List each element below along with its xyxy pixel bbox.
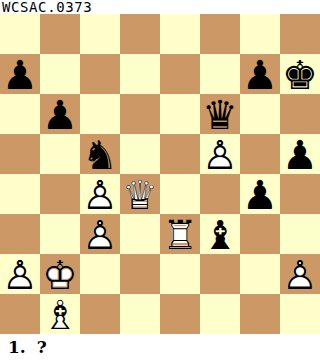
white-rook: ♜♖ (160, 215, 200, 255)
black-pawn: ♟ (280, 135, 320, 175)
black-queen: ♛ (200, 95, 240, 135)
piece-outline: ♗ (40, 295, 80, 335)
square-e6[interactable] (160, 94, 200, 134)
square-h5[interactable]: ♟ (280, 134, 320, 174)
piece-outline: ♕ (120, 175, 160, 215)
square-f5[interactable]: ♟♙ (200, 134, 240, 174)
square-e7[interactable] (160, 54, 200, 94)
chess-puzzle-screen: WCSAC.0373 ♟♟♚♟♛♞♟♙♟♟♙♛♕♟♟♙♜♖♝♟♙♚♔♟♙♝♗ 1… (0, 0, 320, 360)
square-e2[interactable] (160, 254, 200, 294)
square-a5[interactable] (0, 134, 40, 174)
square-c8[interactable] (80, 14, 120, 54)
black-pawn: ♟ (240, 175, 280, 215)
square-h8[interactable] (280, 14, 320, 54)
square-b6[interactable]: ♟ (40, 94, 80, 134)
square-h2[interactable]: ♟♙ (280, 254, 320, 294)
square-c5[interactable]: ♞ (80, 134, 120, 174)
square-f6[interactable]: ♛ (200, 94, 240, 134)
square-f3[interactable]: ♝ (200, 214, 240, 254)
square-g8[interactable] (240, 14, 280, 54)
square-d1[interactable] (120, 294, 160, 334)
square-c6[interactable] (80, 94, 120, 134)
piece-outline: ♖ (160, 215, 200, 255)
square-b8[interactable] (40, 14, 80, 54)
square-d7[interactable] (120, 54, 160, 94)
square-a3[interactable] (0, 214, 40, 254)
square-f2[interactable] (200, 254, 240, 294)
square-a7[interactable]: ♟ (0, 54, 40, 94)
square-e8[interactable] (160, 14, 200, 54)
square-b3[interactable] (40, 214, 80, 254)
white-king: ♚♔ (40, 255, 80, 295)
square-f7[interactable] (200, 54, 240, 94)
square-h6[interactable] (280, 94, 320, 134)
square-d4[interactable]: ♛♕ (120, 174, 160, 214)
piece-outline: ♙ (80, 215, 120, 255)
square-a6[interactable] (0, 94, 40, 134)
white-pawn: ♟♙ (280, 255, 320, 295)
square-g3[interactable] (240, 214, 280, 254)
square-e1[interactable] (160, 294, 200, 334)
white-pawn: ♟♙ (0, 255, 40, 295)
white-queen: ♛♕ (120, 175, 160, 215)
square-d5[interactable] (120, 134, 160, 174)
square-c1[interactable] (80, 294, 120, 334)
square-d8[interactable] (120, 14, 160, 54)
puzzle-id: WCSAC.0373 (0, 0, 320, 14)
white-pawn: ♟♙ (80, 215, 120, 255)
square-a1[interactable] (0, 294, 40, 334)
piece-outline: ♙ (80, 175, 120, 215)
square-e5[interactable] (160, 134, 200, 174)
black-bishop: ♝ (200, 215, 240, 255)
square-f4[interactable] (200, 174, 240, 214)
square-c2[interactable] (80, 254, 120, 294)
square-a2[interactable]: ♟♙ (0, 254, 40, 294)
square-h7[interactable]: ♚ (280, 54, 320, 94)
square-a8[interactable] (0, 14, 40, 54)
square-g6[interactable] (240, 94, 280, 134)
square-d6[interactable] (120, 94, 160, 134)
white-bishop: ♝♗ (40, 295, 80, 335)
square-b1[interactable]: ♝♗ (40, 294, 80, 334)
black-knight: ♞ (80, 135, 120, 175)
square-h3[interactable] (280, 214, 320, 254)
square-c3[interactable]: ♟♙ (80, 214, 120, 254)
square-g2[interactable] (240, 254, 280, 294)
piece-outline: ♙ (280, 255, 320, 295)
square-g5[interactable] (240, 134, 280, 174)
square-b5[interactable] (40, 134, 80, 174)
square-d3[interactable] (120, 214, 160, 254)
square-g7[interactable]: ♟ (240, 54, 280, 94)
square-d2[interactable] (120, 254, 160, 294)
piece-outline: ♙ (200, 135, 240, 175)
black-king: ♚ (280, 55, 320, 95)
square-h4[interactable] (280, 174, 320, 214)
square-e3[interactable]: ♜♖ (160, 214, 200, 254)
square-h1[interactable] (280, 294, 320, 334)
chess-board: ♟♟♚♟♛♞♟♙♟♟♙♛♕♟♟♙♜♖♝♟♙♚♔♟♙♝♗ (0, 14, 320, 334)
square-b2[interactable]: ♚♔ (40, 254, 80, 294)
square-c4[interactable]: ♟♙ (80, 174, 120, 214)
white-pawn: ♟♙ (200, 135, 240, 175)
square-a4[interactable] (0, 174, 40, 214)
square-f8[interactable] (200, 14, 240, 54)
square-b7[interactable] (40, 54, 80, 94)
square-g4[interactable]: ♟ (240, 174, 280, 214)
square-f1[interactable] (200, 294, 240, 334)
black-pawn: ♟ (240, 55, 280, 95)
white-pawn: ♟♙ (80, 175, 120, 215)
black-pawn: ♟ (0, 55, 40, 95)
black-pawn: ♟ (40, 95, 80, 135)
piece-outline: ♙ (0, 255, 40, 295)
square-e4[interactable] (160, 174, 200, 214)
piece-outline: ♔ (40, 255, 80, 295)
square-g1[interactable] (240, 294, 280, 334)
square-c7[interactable] (80, 54, 120, 94)
square-b4[interactable] (40, 174, 80, 214)
